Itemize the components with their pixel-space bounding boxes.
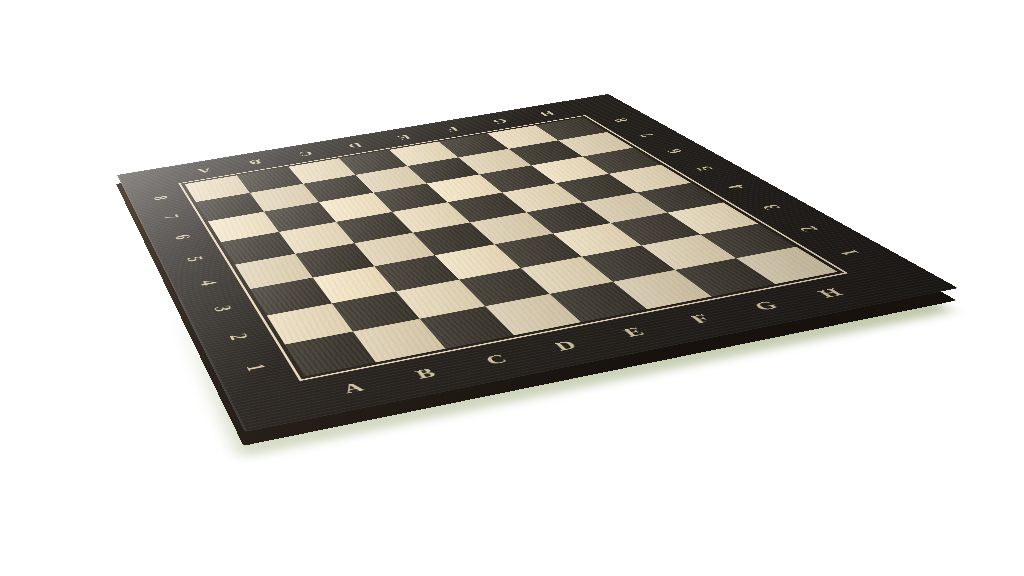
rank-label-7-left: 7 (138, 202, 206, 233)
rank-label-3-left: 3 (183, 288, 265, 330)
rank-label-4-left: 4 (170, 264, 248, 303)
rank-label-2-left: 2 (196, 315, 282, 360)
rank-label-5-left: 5 (159, 242, 233, 278)
rank-label-6-left: 6 (148, 221, 219, 254)
photo-scene: AABBCCDDEEFFGGHH1122334455667788 (0, 0, 1024, 576)
rank-label-8-left: 8 (129, 184, 194, 213)
